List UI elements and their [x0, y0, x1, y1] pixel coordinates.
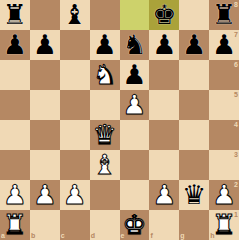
- square-c8[interactable]: ♝: [60, 0, 90, 30]
- square-a4[interactable]: [0, 120, 30, 150]
- square-g3[interactable]: [179, 150, 209, 180]
- square-d3[interactable]: ♝: [90, 150, 120, 180]
- square-f7[interactable]: ♟: [149, 30, 179, 60]
- square-c7[interactable]: [60, 30, 90, 60]
- square-h1[interactable]: ♜1h: [209, 210, 239, 240]
- square-e3[interactable]: [120, 150, 150, 180]
- square-c5[interactable]: [60, 90, 90, 120]
- square-b5[interactable]: [30, 90, 60, 120]
- piece-white-pawn[interactable]: ♟: [3, 181, 27, 208]
- piece-white-king[interactable]: ♚: [122, 211, 146, 238]
- square-f5[interactable]: [149, 90, 179, 120]
- rank-label-4: 4: [234, 121, 238, 128]
- square-e2[interactable]: [120, 180, 150, 210]
- file-label-g: g: [180, 232, 184, 239]
- square-f6[interactable]: [149, 60, 179, 90]
- square-g7[interactable]: ♟: [179, 30, 209, 60]
- square-e1[interactable]: ♚e: [120, 210, 150, 240]
- file-label-b: b: [31, 232, 35, 239]
- square-h3[interactable]: 3: [209, 150, 239, 180]
- chess-board: ♜♝♚♜8♟♟♟♞♟♟♟7♞♟6♟5♛4♝3♟♟♟♟♛♟2♜abcd♚efg♜1…: [0, 0, 239, 240]
- rank-label-7: 7: [234, 31, 238, 38]
- square-e6[interactable]: ♟: [120, 60, 150, 90]
- piece-black-pawn[interactable]: ♟: [212, 31, 236, 58]
- rank-label-3: 3: [234, 151, 238, 158]
- piece-white-rook[interactable]: ♜: [3, 211, 27, 238]
- file-label-f: f: [150, 232, 152, 239]
- square-e8[interactable]: [120, 0, 150, 30]
- square-g4[interactable]: [179, 120, 209, 150]
- square-b2[interactable]: ♟: [30, 180, 60, 210]
- piece-white-pawn[interactable]: ♟: [33, 181, 57, 208]
- square-g5[interactable]: [179, 90, 209, 120]
- square-d2[interactable]: [90, 180, 120, 210]
- file-label-d: d: [91, 232, 95, 239]
- piece-black-pawn[interactable]: ♟: [33, 31, 57, 58]
- square-b7[interactable]: ♟: [30, 30, 60, 60]
- piece-black-pawn[interactable]: ♟: [3, 31, 27, 58]
- square-e5[interactable]: ♟: [120, 90, 150, 120]
- square-h4[interactable]: 4: [209, 120, 239, 150]
- square-c3[interactable]: [60, 150, 90, 180]
- rank-label-1: 1: [234, 211, 238, 218]
- file-label-c: c: [61, 232, 65, 239]
- piece-black-rook[interactable]: ♜: [3, 1, 27, 28]
- square-e4[interactable]: [120, 120, 150, 150]
- rank-label-8: 8: [234, 1, 238, 8]
- piece-black-knight[interactable]: ♞: [122, 31, 146, 58]
- square-h8[interactable]: ♜8: [209, 0, 239, 30]
- piece-black-pawn[interactable]: ♟: [182, 31, 206, 58]
- square-h2[interactable]: ♟2: [209, 180, 239, 210]
- square-e7[interactable]: ♞: [120, 30, 150, 60]
- piece-white-bishop[interactable]: ♝: [92, 151, 116, 178]
- square-b6[interactable]: [30, 60, 60, 90]
- square-f4[interactable]: [149, 120, 179, 150]
- square-a7[interactable]: ♟: [0, 30, 30, 60]
- square-a1[interactable]: ♜a: [0, 210, 30, 240]
- square-d4[interactable]: ♛: [90, 120, 120, 150]
- square-a6[interactable]: [0, 60, 30, 90]
- piece-black-rook[interactable]: ♜: [212, 1, 236, 28]
- square-f8[interactable]: ♚: [149, 0, 179, 30]
- square-h7[interactable]: ♟7: [209, 30, 239, 60]
- square-b1[interactable]: b: [30, 210, 60, 240]
- piece-black-pawn[interactable]: ♟: [92, 31, 116, 58]
- rank-label-5: 5: [234, 91, 238, 98]
- piece-white-knight[interactable]: ♞: [92, 61, 116, 88]
- square-g2[interactable]: ♛: [179, 180, 209, 210]
- piece-white-queen[interactable]: ♛: [92, 121, 116, 148]
- square-d6[interactable]: ♞: [90, 60, 120, 90]
- piece-white-pawn[interactable]: ♟: [122, 91, 146, 118]
- square-g1[interactable]: g: [179, 210, 209, 240]
- square-a5[interactable]: [0, 90, 30, 120]
- square-c4[interactable]: [60, 120, 90, 150]
- piece-white-pawn[interactable]: ♟: [212, 181, 236, 208]
- piece-black-queen[interactable]: ♛: [182, 181, 206, 208]
- piece-black-bishop[interactable]: ♝: [63, 1, 87, 28]
- piece-white-pawn[interactable]: ♟: [152, 181, 176, 208]
- square-d8[interactable]: [90, 0, 120, 30]
- piece-black-king[interactable]: ♚: [152, 1, 176, 28]
- square-g6[interactable]: [179, 60, 209, 90]
- square-d7[interactable]: ♟: [90, 30, 120, 60]
- piece-white-pawn[interactable]: ♟: [63, 181, 87, 208]
- piece-black-pawn[interactable]: ♟: [122, 61, 146, 88]
- square-f1[interactable]: f: [149, 210, 179, 240]
- square-b4[interactable]: [30, 120, 60, 150]
- piece-white-rook[interactable]: ♜: [212, 211, 236, 238]
- square-c6[interactable]: [60, 60, 90, 90]
- square-f3[interactable]: [149, 150, 179, 180]
- square-h5[interactable]: 5: [209, 90, 239, 120]
- square-a2[interactable]: ♟: [0, 180, 30, 210]
- rank-label-6: 6: [234, 61, 238, 68]
- piece-black-pawn[interactable]: ♟: [152, 31, 176, 58]
- file-label-a: a: [1, 232, 5, 239]
- square-g8[interactable]: [179, 0, 209, 30]
- rank-label-2: 2: [234, 181, 238, 188]
- square-h6[interactable]: 6: [209, 60, 239, 90]
- square-d5[interactable]: [90, 90, 120, 120]
- square-a3[interactable]: [0, 150, 30, 180]
- square-b8[interactable]: [30, 0, 60, 30]
- file-label-h: h: [210, 232, 214, 239]
- square-a8[interactable]: ♜: [0, 0, 30, 30]
- square-c2[interactable]: ♟: [60, 180, 90, 210]
- square-f2[interactable]: ♟: [149, 180, 179, 210]
- square-d1[interactable]: d: [90, 210, 120, 240]
- file-label-e: e: [121, 232, 125, 239]
- square-c1[interactable]: c: [60, 210, 90, 240]
- square-b3[interactable]: [30, 150, 60, 180]
